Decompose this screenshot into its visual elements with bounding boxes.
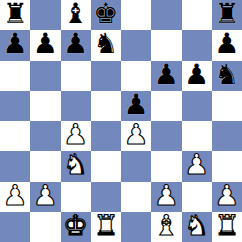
square-g7[interactable] (182, 30, 212, 60)
square-b6[interactable] (30, 61, 60, 91)
piece-white-pawn[interactable]: ♟ (3, 182, 28, 210)
square-c2[interactable] (61, 182, 91, 212)
square-h6[interactable]: ♞ (212, 61, 242, 91)
piece-black-pawn[interactable]: ♟ (154, 61, 179, 89)
chess-board: ♜♝♚♜♟♟♟♞♟♟♟♞♟♟♟♞♟♟♟♟♟♚♜♝♞♜ (0, 0, 242, 242)
square-e7[interactable] (121, 30, 151, 60)
square-f2[interactable]: ♟ (151, 182, 181, 212)
piece-black-pawn[interactable]: ♟ (184, 61, 209, 89)
square-b8[interactable] (30, 0, 60, 30)
square-g4[interactable] (182, 121, 212, 151)
square-e1[interactable] (121, 212, 151, 242)
square-d4[interactable] (91, 121, 121, 151)
piece-white-knight[interactable]: ♞ (184, 212, 209, 240)
square-a7[interactable]: ♟ (0, 30, 30, 60)
square-c5[interactable] (61, 91, 91, 121)
square-a2[interactable]: ♟ (0, 182, 30, 212)
piece-black-knight[interactable]: ♞ (93, 30, 118, 58)
piece-black-rook[interactable]: ♜ (3, 0, 28, 28)
square-g1[interactable]: ♞ (182, 212, 212, 242)
piece-black-pawn[interactable]: ♟ (214, 30, 239, 58)
square-d7[interactable]: ♞ (91, 30, 121, 60)
square-h1[interactable]: ♜ (212, 212, 242, 242)
piece-black-knight[interactable]: ♞ (214, 61, 239, 89)
square-b4[interactable] (30, 121, 60, 151)
square-c6[interactable] (61, 61, 91, 91)
piece-white-knight[interactable]: ♞ (63, 151, 88, 179)
square-a4[interactable] (0, 121, 30, 151)
piece-white-pawn[interactable]: ♟ (214, 182, 239, 210)
square-c3[interactable]: ♞ (61, 151, 91, 181)
square-c7[interactable]: ♟ (61, 30, 91, 60)
piece-white-pawn[interactable]: ♟ (184, 151, 209, 179)
square-c8[interactable]: ♝ (61, 0, 91, 30)
square-c4[interactable]: ♟ (61, 121, 91, 151)
square-f5[interactable] (151, 91, 181, 121)
square-h5[interactable] (212, 91, 242, 121)
square-e4[interactable]: ♟ (121, 121, 151, 151)
square-f7[interactable] (151, 30, 181, 60)
square-f1[interactable]: ♝ (151, 212, 181, 242)
square-g3[interactable]: ♟ (182, 151, 212, 181)
square-a3[interactable] (0, 151, 30, 181)
piece-black-rook[interactable]: ♜ (214, 0, 239, 28)
square-a6[interactable] (0, 61, 30, 91)
piece-black-king[interactable]: ♚ (93, 0, 118, 28)
square-a5[interactable] (0, 91, 30, 121)
chess-board-container: ♜♝♚♜♟♟♟♞♟♟♟♞♟♟♟♞♟♟♟♟♟♚♜♝♞♜ (0, 0, 242, 242)
square-h2[interactable]: ♟ (212, 182, 242, 212)
square-b5[interactable] (30, 91, 60, 121)
piece-white-pawn[interactable]: ♟ (154, 182, 179, 210)
square-g6[interactable]: ♟ (182, 61, 212, 91)
piece-white-bishop[interactable]: ♝ (154, 212, 179, 240)
piece-black-pawn[interactable]: ♟ (33, 30, 58, 58)
square-e2[interactable] (121, 182, 151, 212)
square-d5[interactable] (91, 91, 121, 121)
square-f3[interactable] (151, 151, 181, 181)
piece-white-pawn[interactable]: ♟ (124, 121, 149, 149)
square-b3[interactable] (30, 151, 60, 181)
square-a1[interactable] (0, 212, 30, 242)
square-d8[interactable]: ♚ (91, 0, 121, 30)
square-g2[interactable] (182, 182, 212, 212)
square-g8[interactable] (182, 0, 212, 30)
square-e8[interactable] (121, 0, 151, 30)
square-g5[interactable] (182, 91, 212, 121)
piece-white-king[interactable]: ♚ (63, 212, 88, 240)
piece-white-pawn[interactable]: ♟ (33, 182, 58, 210)
square-b7[interactable]: ♟ (30, 30, 60, 60)
piece-black-bishop[interactable]: ♝ (63, 0, 88, 28)
square-e3[interactable] (121, 151, 151, 181)
square-f4[interactable] (151, 121, 181, 151)
square-e5[interactable]: ♟ (121, 91, 151, 121)
square-d6[interactable] (91, 61, 121, 91)
square-h4[interactable] (212, 121, 242, 151)
square-h8[interactable]: ♜ (212, 0, 242, 30)
square-b1[interactable] (30, 212, 60, 242)
piece-black-pawn[interactable]: ♟ (124, 91, 149, 119)
square-h3[interactable] (212, 151, 242, 181)
square-h7[interactable]: ♟ (212, 30, 242, 60)
piece-black-pawn[interactable]: ♟ (63, 30, 88, 58)
square-c1[interactable]: ♚ (61, 212, 91, 242)
square-a8[interactable]: ♜ (0, 0, 30, 30)
piece-black-pawn[interactable]: ♟ (3, 30, 28, 58)
square-d3[interactable] (91, 151, 121, 181)
piece-white-pawn[interactable]: ♟ (63, 121, 88, 149)
piece-white-rook[interactable]: ♜ (93, 212, 118, 240)
square-d1[interactable]: ♜ (91, 212, 121, 242)
square-d2[interactable] (91, 182, 121, 212)
square-e6[interactable] (121, 61, 151, 91)
piece-white-rook[interactable]: ♜ (214, 212, 239, 240)
square-f6[interactable]: ♟ (151, 61, 181, 91)
square-f8[interactable] (151, 0, 181, 30)
square-b2[interactable]: ♟ (30, 182, 60, 212)
